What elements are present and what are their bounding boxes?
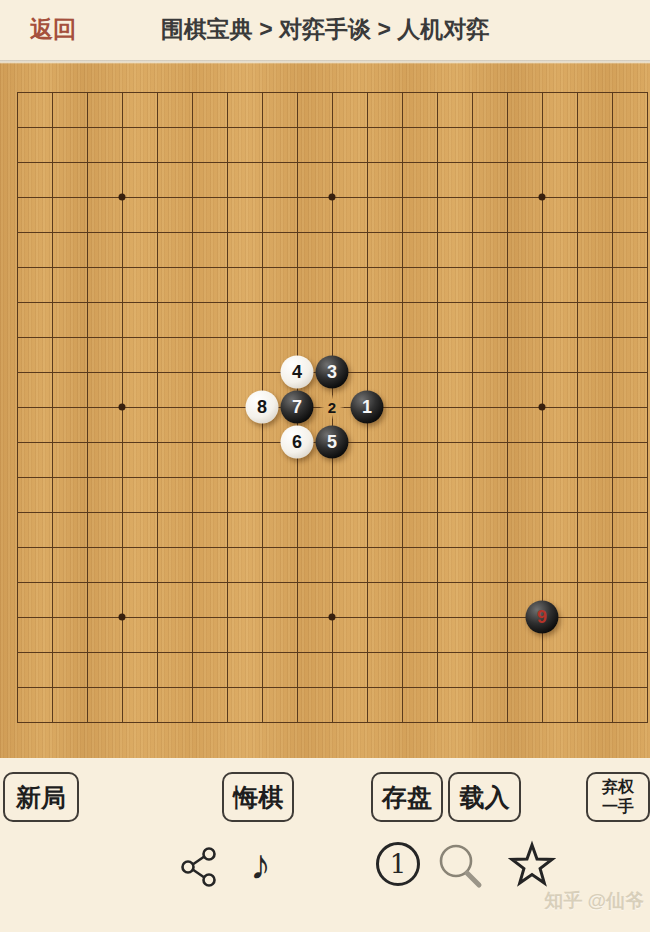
intersection[interactable] [420,355,455,390]
intersection[interactable] [525,705,560,740]
intersection[interactable] [420,215,455,250]
intersection[interactable] [35,110,70,145]
intersection[interactable] [245,425,280,460]
intersection[interactable] [140,250,175,285]
intersection[interactable] [385,250,420,285]
intersection[interactable] [280,110,315,145]
intersection[interactable] [210,635,245,670]
intersection[interactable] [490,355,525,390]
intersection[interactable] [245,180,280,215]
intersection[interactable] [350,425,385,460]
intersection[interactable] [385,705,420,740]
intersection[interactable] [210,495,245,530]
intersection[interactable] [140,215,175,250]
intersection[interactable] [455,145,490,180]
intersection[interactable] [140,425,175,460]
intersection[interactable] [560,705,595,740]
intersection[interactable] [210,75,245,110]
stone-black-7[interactable]: 7 [281,391,314,424]
intersection[interactable] [455,285,490,320]
intersection[interactable] [350,75,385,110]
intersection[interactable] [280,145,315,180]
intersection[interactable] [350,355,385,390]
intersection[interactable] [525,565,560,600]
intersection[interactable] [280,180,315,215]
intersection[interactable] [70,390,105,425]
intersection[interactable] [595,425,630,460]
intersection[interactable] [280,530,315,565]
intersection[interactable] [385,285,420,320]
intersection[interactable] [245,145,280,180]
intersection[interactable] [525,670,560,705]
intersection[interactable] [385,530,420,565]
intersection[interactable] [245,600,280,635]
intersection[interactable] [280,565,315,600]
intersection[interactable] [385,495,420,530]
intersection[interactable] [490,495,525,530]
intersection[interactable] [630,250,650,285]
intersection[interactable] [560,390,595,425]
intersection[interactable] [490,600,525,635]
intersection[interactable] [490,180,525,215]
intersection[interactable]: 7 [280,390,315,425]
intersection[interactable] [140,390,175,425]
intersection[interactable] [105,110,140,145]
intersection[interactable] [455,460,490,495]
intersection[interactable] [70,495,105,530]
intersection[interactable] [245,705,280,740]
intersection[interactable] [315,75,350,110]
intersection[interactable] [0,670,35,705]
intersection[interactable] [525,250,560,285]
intersection[interactable] [560,355,595,390]
intersection[interactable] [315,215,350,250]
intersection[interactable] [630,75,650,110]
intersection[interactable] [210,565,245,600]
intersection[interactable] [490,320,525,355]
intersection[interactable] [140,670,175,705]
intersection[interactable] [525,425,560,460]
intersection[interactable] [175,425,210,460]
intersection[interactable] [35,565,70,600]
intersection[interactable] [595,390,630,425]
intersection[interactable] [245,460,280,495]
intersection[interactable] [0,215,35,250]
intersection[interactable] [560,565,595,600]
intersection[interactable] [35,495,70,530]
intersection[interactable] [70,110,105,145]
intersection[interactable] [245,355,280,390]
intersection[interactable] [420,600,455,635]
intersection[interactable] [490,145,525,180]
intersection[interactable] [595,355,630,390]
intersection[interactable] [0,145,35,180]
intersection[interactable] [490,460,525,495]
intersection[interactable] [210,145,245,180]
intersection[interactable] [455,250,490,285]
intersection[interactable] [560,75,595,110]
intersection[interactable] [385,75,420,110]
intersection[interactable] [560,180,595,215]
intersection[interactable] [595,250,630,285]
intersection[interactable] [455,215,490,250]
intersection[interactable] [525,145,560,180]
intersection[interactable] [350,320,385,355]
intersection[interactable] [315,250,350,285]
intersection[interactable] [245,75,280,110]
intersection[interactable] [455,180,490,215]
intersection[interactable] [385,635,420,670]
intersection[interactable]: 6 [280,425,315,460]
intersection[interactable] [385,320,420,355]
intersection[interactable] [280,75,315,110]
intersection[interactable] [210,110,245,145]
intersection[interactable]: 3 [315,355,350,390]
intersection[interactable] [315,600,350,635]
intersection[interactable] [105,635,140,670]
intersection[interactable] [210,390,245,425]
intersection[interactable] [35,425,70,460]
intersection[interactable] [420,460,455,495]
intersection[interactable] [385,460,420,495]
intersection[interactable] [490,110,525,145]
intersection[interactable] [280,285,315,320]
music-note-icon[interactable]: ♪ [250,844,271,886]
intersection[interactable] [385,565,420,600]
intersection[interactable] [0,390,35,425]
intersection[interactable] [350,180,385,215]
intersection[interactable] [70,250,105,285]
intersection[interactable] [35,530,70,565]
intersection[interactable] [140,530,175,565]
intersection[interactable] [595,110,630,145]
intersection[interactable] [490,285,525,320]
intersection[interactable] [175,460,210,495]
intersection[interactable] [595,145,630,180]
intersection[interactable] [105,320,140,355]
intersection[interactable] [525,355,560,390]
intersection[interactable] [315,565,350,600]
intersection[interactable] [455,600,490,635]
intersection[interactable] [630,460,650,495]
intersection[interactable] [490,530,525,565]
intersection[interactable] [140,495,175,530]
intersection[interactable] [560,145,595,180]
intersection[interactable] [455,670,490,705]
intersection[interactable] [420,250,455,285]
intersection[interactable] [280,495,315,530]
intersection[interactable] [245,250,280,285]
intersection[interactable] [35,250,70,285]
intersection[interactable] [245,670,280,705]
intersection[interactable] [35,460,70,495]
intersection[interactable] [630,600,650,635]
intersection[interactable] [630,635,650,670]
intersection[interactable] [140,705,175,740]
intersection[interactable] [70,425,105,460]
intersection[interactable] [0,425,35,460]
intersection[interactable] [420,145,455,180]
intersection[interactable] [420,180,455,215]
intersection[interactable] [455,355,490,390]
intersection[interactable] [560,460,595,495]
intersection[interactable]: 2 [315,390,350,425]
intersection[interactable] [70,355,105,390]
intersection[interactable] [70,530,105,565]
intersection[interactable] [105,600,140,635]
intersection[interactable] [385,180,420,215]
intersection[interactable] [420,75,455,110]
intersection[interactable] [210,705,245,740]
intersection[interactable] [455,565,490,600]
intersection[interactable] [630,355,650,390]
intersection[interactable] [210,600,245,635]
intersection[interactable] [350,495,385,530]
intersection[interactable] [490,635,525,670]
intersection[interactable] [210,460,245,495]
intersection[interactable]: 8 [245,390,280,425]
stone-black-5[interactable]: 5 [316,426,349,459]
intersection[interactable] [105,565,140,600]
intersection[interactable] [350,250,385,285]
intersection[interactable] [105,705,140,740]
intersection[interactable] [245,635,280,670]
intersection[interactable]: 5 [315,425,350,460]
intersection[interactable] [385,110,420,145]
intersection[interactable] [105,460,140,495]
intersection[interactable] [315,460,350,495]
intersection[interactable] [280,250,315,285]
intersection[interactable] [385,600,420,635]
intersection[interactable] [70,635,105,670]
intersection[interactable] [630,425,650,460]
intersection[interactable] [105,495,140,530]
intersection[interactable] [490,565,525,600]
intersection[interactable] [630,390,650,425]
intersection[interactable]: 9 [525,600,560,635]
intersection[interactable] [70,705,105,740]
intersection[interactable] [420,565,455,600]
intersection[interactable] [455,320,490,355]
intersection[interactable] [315,285,350,320]
intersection[interactable] [210,425,245,460]
intersection[interactable] [595,670,630,705]
intersection[interactable] [210,320,245,355]
intersection[interactable] [350,285,385,320]
intersection[interactable] [245,320,280,355]
intersection[interactable] [175,530,210,565]
intersection[interactable] [420,110,455,145]
intersection[interactable] [560,110,595,145]
intersection[interactable] [315,145,350,180]
intersection[interactable] [140,75,175,110]
intersection[interactable] [420,705,455,740]
intersection[interactable] [420,320,455,355]
move-number-icon[interactable]: 1 [376,842,420,886]
intersection[interactable] [35,635,70,670]
intersection[interactable] [140,600,175,635]
intersection[interactable] [560,285,595,320]
intersection[interactable] [630,705,650,740]
intersection[interactable] [105,355,140,390]
intersection[interactable] [175,670,210,705]
intersection[interactable] [350,145,385,180]
intersection[interactable] [420,390,455,425]
intersection[interactable] [455,495,490,530]
intersection[interactable] [70,180,105,215]
intersection[interactable] [315,530,350,565]
intersection[interactable] [175,635,210,670]
stone-white-4[interactable]: 4 [281,356,314,389]
intersection[interactable] [315,705,350,740]
intersection[interactable] [385,145,420,180]
intersection[interactable] [630,495,650,530]
intersection[interactable] [455,530,490,565]
stone-black-3[interactable]: 3 [316,356,349,389]
intersection[interactable] [140,320,175,355]
intersection[interactable] [560,425,595,460]
intersection[interactable] [350,635,385,670]
intersection[interactable] [0,320,35,355]
intersection[interactable] [560,635,595,670]
intersection[interactable] [245,495,280,530]
intersection[interactable] [595,180,630,215]
intersection[interactable] [595,530,630,565]
intersection[interactable] [210,215,245,250]
intersection[interactable] [525,215,560,250]
intersection[interactable] [525,530,560,565]
intersection[interactable] [35,705,70,740]
intersection[interactable] [490,425,525,460]
intersection[interactable] [175,250,210,285]
intersection[interactable] [70,460,105,495]
intersection[interactable] [595,495,630,530]
share-icon[interactable] [180,846,222,888]
intersection[interactable] [630,530,650,565]
intersection[interactable] [525,635,560,670]
intersection[interactable] [210,285,245,320]
intersection[interactable] [595,635,630,670]
intersection[interactable] [315,635,350,670]
intersection[interactable] [630,565,650,600]
intersection[interactable] [35,215,70,250]
stone-white-8[interactable]: 8 [246,391,279,424]
intersection[interactable] [490,215,525,250]
intersection[interactable] [70,145,105,180]
intersection[interactable] [140,355,175,390]
intersection[interactable] [175,180,210,215]
intersection[interactable] [455,425,490,460]
stone-black-9[interactable]: 9 [526,601,559,634]
intersection[interactable] [70,75,105,110]
intersection[interactable] [35,390,70,425]
intersection[interactable] [175,390,210,425]
intersection[interactable] [175,215,210,250]
intersection[interactable] [560,320,595,355]
intersection[interactable] [630,320,650,355]
intersection[interactable] [210,355,245,390]
intersection[interactable] [105,215,140,250]
stone-white-6[interactable]: 6 [281,426,314,459]
intersection[interactable] [105,75,140,110]
intersection[interactable] [105,390,140,425]
intersection[interactable] [350,110,385,145]
intersection[interactable] [420,495,455,530]
intersection[interactable] [525,460,560,495]
intersection[interactable] [315,670,350,705]
intersection[interactable] [70,215,105,250]
intersection[interactable] [525,285,560,320]
intersection[interactable] [560,495,595,530]
intersection[interactable] [490,705,525,740]
intersection[interactable] [455,390,490,425]
intersection[interactable]: 1 [350,390,385,425]
intersection[interactable] [0,635,35,670]
intersection[interactable] [385,670,420,705]
intersection[interactable] [105,530,140,565]
intersection[interactable] [175,495,210,530]
intersection[interactable] [0,460,35,495]
intersection[interactable] [630,145,650,180]
intersection[interactable] [0,705,35,740]
intersection[interactable] [0,565,35,600]
intersection[interactable] [315,320,350,355]
intersection[interactable] [35,670,70,705]
intersection[interactable] [455,635,490,670]
intersection[interactable] [35,285,70,320]
intersection[interactable] [560,250,595,285]
intersection[interactable] [175,355,210,390]
intersection[interactable] [490,250,525,285]
intersection[interactable] [280,705,315,740]
intersection[interactable] [595,565,630,600]
intersection[interactable] [630,110,650,145]
intersection[interactable] [525,180,560,215]
intersection[interactable] [175,600,210,635]
intersection[interactable] [350,215,385,250]
favorite-star-icon[interactable] [508,840,556,888]
intersection[interactable] [70,320,105,355]
intersection[interactable] [630,285,650,320]
intersection[interactable] [350,565,385,600]
intersection[interactable] [105,670,140,705]
search-icon[interactable] [436,842,488,894]
intersection[interactable] [35,75,70,110]
intersection[interactable] [595,600,630,635]
intersection[interactable] [280,635,315,670]
intersection[interactable] [630,670,650,705]
intersection[interactable] [315,495,350,530]
intersection[interactable] [105,180,140,215]
intersection[interactable] [350,705,385,740]
intersection[interactable] [70,285,105,320]
intersection[interactable] [245,215,280,250]
intersection[interactable] [420,425,455,460]
intersection[interactable] [70,600,105,635]
intersection[interactable] [560,215,595,250]
intersection[interactable] [175,145,210,180]
intersection[interactable] [350,670,385,705]
intersection[interactable] [595,320,630,355]
intersection[interactable] [245,110,280,145]
intersection[interactable] [280,460,315,495]
intersection[interactable] [175,705,210,740]
intersection[interactable] [560,530,595,565]
intersection[interactable] [0,355,35,390]
intersection[interactable] [350,600,385,635]
intersection[interactable] [0,75,35,110]
intersection[interactable] [245,565,280,600]
